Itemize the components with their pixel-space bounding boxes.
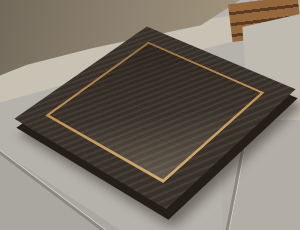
board-scene (0, 0, 300, 230)
photo-canvas (0, 0, 300, 230)
chess-board (14, 26, 295, 209)
